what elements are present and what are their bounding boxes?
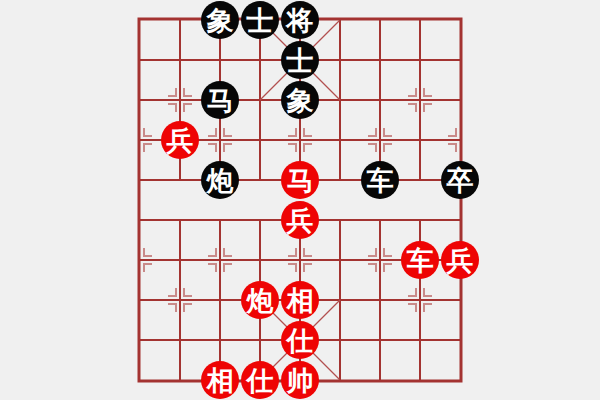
red-advisor-piece[interactable]: 仕 [241, 361, 279, 399]
red-elephant-piece[interactable]: 相 [281, 281, 319, 319]
black-general-piece[interactable]: 将 [281, 1, 319, 39]
red-elephant-piece[interactable]: 相 [201, 361, 239, 399]
black-chariot-piece[interactable]: 车 [361, 161, 399, 199]
black-elephant-piece[interactable]: 象 [201, 1, 239, 39]
red-soldier-piece[interactable]: 兵 [441, 241, 479, 279]
black-advisor-piece[interactable]: 士 [281, 41, 319, 79]
black-cannon-piece[interactable]: 炮 [201, 161, 239, 199]
black-advisor-piece[interactable]: 士 [241, 1, 279, 39]
black-horse-piece[interactable]: 马 [201, 81, 239, 119]
red-general-piece[interactable]: 帅 [281, 361, 319, 399]
red-soldier-piece[interactable]: 兵 [161, 121, 199, 159]
pieces-layer: 象士将士马象兵炮马车卒兵车兵炮相仕相仕帅 [120, 0, 480, 400]
red-advisor-piece[interactable]: 仕 [281, 321, 319, 359]
xiangqi-board: 象士将士马象兵炮马车卒兵车兵炮相仕相仕帅 [0, 0, 600, 400]
red-cannon-piece[interactable]: 炮 [241, 281, 279, 319]
black-elephant-piece[interactable]: 象 [281, 81, 319, 119]
red-soldier-piece[interactable]: 兵 [281, 201, 319, 239]
black-soldier-piece[interactable]: 卒 [441, 161, 479, 199]
red-chariot-piece[interactable]: 车 [401, 241, 439, 279]
red-horse-piece[interactable]: 马 [281, 161, 319, 199]
